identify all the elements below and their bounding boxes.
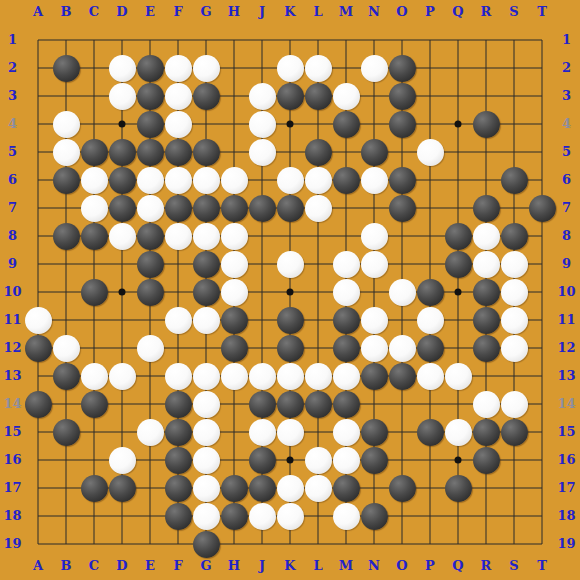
column-label-top-Q: Q — [444, 4, 472, 20]
row-label-right-19: 19 — [554, 536, 579, 552]
column-label-top-O: O — [388, 4, 416, 20]
black-stone-F17[interactable] — [165, 475, 192, 502]
row-label-left-17: 17 — [0, 480, 25, 496]
white-stone-D2[interactable] — [109, 55, 136, 82]
white-stone-Q15[interactable] — [445, 419, 472, 446]
row-label-right-5: 5 — [554, 144, 579, 160]
black-stone-D7[interactable] — [109, 195, 136, 222]
white-stone-P5[interactable] — [417, 139, 444, 166]
black-stone-F14[interactable] — [165, 391, 192, 418]
white-stone-G6[interactable] — [193, 167, 220, 194]
column-label-top-P: P — [416, 4, 444, 20]
row-label-left-12: 12 — [0, 340, 25, 356]
white-stone-M9[interactable] — [333, 251, 360, 278]
row-label-left-7: 7 — [0, 200, 25, 216]
white-stone-E15[interactable] — [137, 419, 164, 446]
white-stone-S12[interactable] — [501, 335, 528, 362]
star-point-D10 — [119, 289, 126, 296]
white-stone-L2[interactable] — [305, 55, 332, 82]
white-stone-K9[interactable] — [277, 251, 304, 278]
white-stone-C6[interactable] — [81, 167, 108, 194]
black-stone-C8[interactable] — [81, 223, 108, 250]
white-stone-L7[interactable] — [305, 195, 332, 222]
black-stone-A14[interactable] — [25, 391, 52, 418]
black-stone-S8[interactable] — [501, 223, 528, 250]
white-stone-N9[interactable] — [361, 251, 388, 278]
column-label-top-E: E — [136, 4, 164, 20]
white-stone-R9[interactable] — [473, 251, 500, 278]
white-stone-G2[interactable] — [193, 55, 220, 82]
black-stone-M6[interactable] — [333, 167, 360, 194]
white-stone-O10[interactable] — [389, 279, 416, 306]
black-stone-E8[interactable] — [137, 223, 164, 250]
column-label-bottom-N: N — [360, 558, 388, 574]
black-stone-E10[interactable] — [137, 279, 164, 306]
black-stone-L5[interactable] — [305, 139, 332, 166]
black-stone-K7[interactable] — [277, 195, 304, 222]
row-label-right-7: 7 — [554, 200, 579, 216]
row-label-left-9: 9 — [0, 256, 25, 272]
column-label-top-L: L — [304, 4, 332, 20]
row-label-left-8: 8 — [0, 228, 25, 244]
row-label-right-6: 6 — [554, 172, 579, 188]
white-stone-P13[interactable] — [417, 363, 444, 390]
white-stone-J18[interactable] — [249, 503, 276, 530]
black-stone-C17[interactable] — [81, 475, 108, 502]
column-label-bottom-G: G — [192, 558, 220, 574]
white-stone-D3[interactable] — [109, 83, 136, 110]
white-stone-L13[interactable] — [305, 363, 332, 390]
black-stone-H17[interactable] — [221, 475, 248, 502]
column-label-bottom-M: M — [332, 558, 360, 574]
white-stone-H8[interactable] — [221, 223, 248, 250]
white-stone-A11[interactable] — [25, 307, 52, 334]
black-stone-O17[interactable] — [389, 475, 416, 502]
white-stone-M13[interactable] — [333, 363, 360, 390]
white-stone-N6[interactable] — [361, 167, 388, 194]
star-point-K4 — [287, 121, 294, 128]
column-label-bottom-B: B — [52, 558, 80, 574]
black-stone-R11[interactable] — [473, 307, 500, 334]
row-label-left-16: 16 — [0, 452, 25, 468]
black-stone-S6[interactable] — [501, 167, 528, 194]
black-stone-O2[interactable] — [389, 55, 416, 82]
black-stone-O7[interactable] — [389, 195, 416, 222]
black-stone-R10[interactable] — [473, 279, 500, 306]
white-stone-J13[interactable] — [249, 363, 276, 390]
black-stone-K12[interactable] — [277, 335, 304, 362]
white-stone-L6[interactable] — [305, 167, 332, 194]
white-stone-C13[interactable] — [81, 363, 108, 390]
black-stone-M17[interactable] — [333, 475, 360, 502]
white-stone-N2[interactable] — [361, 55, 388, 82]
row-label-right-11: 11 — [554, 312, 579, 328]
white-stone-K15[interactable] — [277, 419, 304, 446]
row-label-left-2: 2 — [0, 60, 25, 76]
white-stone-M10[interactable] — [333, 279, 360, 306]
row-label-left-1: 1 — [0, 32, 25, 48]
black-stone-Q9[interactable] — [445, 251, 472, 278]
black-stone-O4[interactable] — [389, 111, 416, 138]
black-stone-C5[interactable] — [81, 139, 108, 166]
row-label-right-4: 4 — [554, 116, 579, 132]
black-stone-B13[interactable] — [53, 363, 80, 390]
black-stone-J17[interactable] — [249, 475, 276, 502]
white-stone-M18[interactable] — [333, 503, 360, 530]
white-stone-G16[interactable] — [193, 447, 220, 474]
column-label-top-F: F — [164, 4, 192, 20]
black-stone-N15[interactable] — [361, 419, 388, 446]
row-label-right-8: 8 — [554, 228, 579, 244]
row-label-right-18: 18 — [554, 508, 579, 524]
white-stone-J3[interactable] — [249, 83, 276, 110]
black-stone-K11[interactable] — [277, 307, 304, 334]
column-label-top-K: K — [276, 4, 304, 20]
white-stone-J4[interactable] — [249, 111, 276, 138]
black-stone-G5[interactable] — [193, 139, 220, 166]
black-stone-L14[interactable] — [305, 391, 332, 418]
white-stone-P11[interactable] — [417, 307, 444, 334]
black-stone-O6[interactable] — [389, 167, 416, 194]
black-stone-J14[interactable] — [249, 391, 276, 418]
white-stone-G11[interactable] — [193, 307, 220, 334]
black-stone-R7[interactable] — [473, 195, 500, 222]
black-stone-G9[interactable] — [193, 251, 220, 278]
black-stone-F7[interactable] — [165, 195, 192, 222]
white-stone-E7[interactable] — [137, 195, 164, 222]
row-label-left-11: 11 — [0, 312, 25, 328]
column-label-bottom-Q: Q — [444, 558, 472, 574]
row-label-right-9: 9 — [554, 256, 579, 272]
black-stone-M14[interactable] — [333, 391, 360, 418]
white-stone-G17[interactable] — [193, 475, 220, 502]
black-stone-S15[interactable] — [501, 419, 528, 446]
black-stone-E5[interactable] — [137, 139, 164, 166]
white-stone-Q13[interactable] — [445, 363, 472, 390]
column-label-bottom-C: C — [80, 558, 108, 574]
row-label-left-19: 19 — [0, 536, 25, 552]
black-stone-F15[interactable] — [165, 419, 192, 446]
black-stone-D5[interactable] — [109, 139, 136, 166]
black-stone-R4[interactable] — [473, 111, 500, 138]
row-label-left-6: 6 — [0, 172, 25, 188]
column-label-top-R: R — [472, 4, 500, 20]
black-stone-N16[interactable] — [361, 447, 388, 474]
white-stone-J15[interactable] — [249, 419, 276, 446]
star-point-Q16 — [455, 457, 462, 464]
white-stone-O12[interactable] — [389, 335, 416, 362]
row-label-right-1: 1 — [554, 32, 579, 48]
row-label-right-14: 14 — [554, 396, 579, 412]
white-stone-N11[interactable] — [361, 307, 388, 334]
white-stone-F6[interactable] — [165, 167, 192, 194]
row-label-right-12: 12 — [554, 340, 579, 356]
column-label-top-T: T — [528, 4, 556, 20]
black-stone-A12[interactable] — [25, 335, 52, 362]
star-point-K10 — [287, 289, 294, 296]
black-stone-B15[interactable] — [53, 419, 80, 446]
white-stone-S11[interactable] — [501, 307, 528, 334]
column-label-bottom-J: J — [248, 558, 276, 574]
white-stone-K18[interactable] — [277, 503, 304, 530]
column-label-top-H: H — [220, 4, 248, 20]
white-stone-N8[interactable] — [361, 223, 388, 250]
black-stone-M12[interactable] — [333, 335, 360, 362]
column-label-bottom-S: S — [500, 558, 528, 574]
star-point-K16 — [287, 457, 294, 464]
black-stone-F16[interactable] — [165, 447, 192, 474]
black-stone-G10[interactable] — [193, 279, 220, 306]
black-stone-H18[interactable] — [221, 503, 248, 530]
white-stone-H9[interactable] — [221, 251, 248, 278]
black-stone-Q17[interactable] — [445, 475, 472, 502]
white-stone-G8[interactable] — [193, 223, 220, 250]
white-stone-M16[interactable] — [333, 447, 360, 474]
white-stone-K13[interactable] — [277, 363, 304, 390]
column-label-top-C: C — [80, 4, 108, 20]
white-stone-E12[interactable] — [137, 335, 164, 362]
row-label-left-18: 18 — [0, 508, 25, 524]
white-stone-E6[interactable] — [137, 167, 164, 194]
black-stone-E4[interactable] — [137, 111, 164, 138]
row-label-right-2: 2 — [554, 60, 579, 76]
black-stone-G7[interactable] — [193, 195, 220, 222]
row-label-right-16: 16 — [554, 452, 579, 468]
column-label-bottom-O: O — [388, 558, 416, 574]
column-label-bottom-F: F — [164, 558, 192, 574]
black-stone-M11[interactable] — [333, 307, 360, 334]
black-stone-K14[interactable] — [277, 391, 304, 418]
white-stone-D8[interactable] — [109, 223, 136, 250]
black-stone-D17[interactable] — [109, 475, 136, 502]
white-stone-N12[interactable] — [361, 335, 388, 362]
white-stone-K6[interactable] — [277, 167, 304, 194]
black-stone-G19[interactable] — [193, 531, 220, 558]
black-stone-P10[interactable] — [417, 279, 444, 306]
column-label-top-B: B — [52, 4, 80, 20]
column-label-top-J: J — [248, 4, 276, 20]
white-stone-F13[interactable] — [165, 363, 192, 390]
black-stone-C14[interactable] — [81, 391, 108, 418]
column-label-bottom-K: K — [276, 558, 304, 574]
black-stone-O13[interactable] — [389, 363, 416, 390]
white-stone-M3[interactable] — [333, 83, 360, 110]
black-stone-J16[interactable] — [249, 447, 276, 474]
row-label-right-17: 17 — [554, 480, 579, 496]
row-label-right-10: 10 — [554, 284, 579, 300]
column-label-top-M: M — [332, 4, 360, 20]
column-label-top-A: A — [24, 4, 52, 20]
white-stone-B4[interactable] — [53, 111, 80, 138]
white-stone-F8[interactable] — [165, 223, 192, 250]
black-stone-B2[interactable] — [53, 55, 80, 82]
row-label-left-3: 3 — [0, 88, 25, 104]
black-stone-E9[interactable] — [137, 251, 164, 278]
white-stone-K17[interactable] — [277, 475, 304, 502]
black-stone-R16[interactable] — [473, 447, 500, 474]
row-label-right-13: 13 — [554, 368, 579, 384]
white-stone-H13[interactable] — [221, 363, 248, 390]
white-stone-B12[interactable] — [53, 335, 80, 362]
white-stone-G13[interactable] — [193, 363, 220, 390]
column-label-bottom-D: D — [108, 558, 136, 574]
white-stone-G15[interactable] — [193, 419, 220, 446]
white-stone-H6[interactable] — [221, 167, 248, 194]
column-label-bottom-P: P — [416, 558, 444, 574]
white-stone-S9[interactable] — [501, 251, 528, 278]
white-stone-F3[interactable] — [165, 83, 192, 110]
black-stone-F18[interactable] — [165, 503, 192, 530]
black-stone-Q8[interactable] — [445, 223, 472, 250]
column-label-top-N: N — [360, 4, 388, 20]
white-stone-B5[interactable] — [53, 139, 80, 166]
black-stone-E2[interactable] — [137, 55, 164, 82]
column-label-bottom-R: R — [472, 558, 500, 574]
row-label-right-15: 15 — [554, 424, 579, 440]
black-stone-B8[interactable] — [53, 223, 80, 250]
white-stone-J5[interactable] — [249, 139, 276, 166]
black-stone-O3[interactable] — [389, 83, 416, 110]
black-stone-B6[interactable] — [53, 167, 80, 194]
row-label-right-3: 3 — [554, 88, 579, 104]
row-label-left-14: 14 — [0, 396, 25, 412]
black-stone-J7[interactable] — [249, 195, 276, 222]
white-stone-G18[interactable] — [193, 503, 220, 530]
column-label-top-S: S — [500, 4, 528, 20]
black-stone-N13[interactable] — [361, 363, 388, 390]
white-stone-R8[interactable] — [473, 223, 500, 250]
black-stone-R15[interactable] — [473, 419, 500, 446]
black-stone-H11[interactable] — [221, 307, 248, 334]
column-label-bottom-L: L — [304, 558, 332, 574]
go-board[interactable]: ABCDEFGHJKLMNOPQRST ABCDEFGHJKLMNOPQRST … — [0, 0, 580, 580]
black-stone-N18[interactable] — [361, 503, 388, 530]
row-label-left-10: 10 — [0, 284, 25, 300]
white-stone-M15[interactable] — [333, 419, 360, 446]
row-label-left-4: 4 — [0, 116, 25, 132]
white-stone-S14[interactable] — [501, 391, 528, 418]
column-label-top-D: D — [108, 4, 136, 20]
black-stone-L3[interactable] — [305, 83, 332, 110]
black-stone-F5[interactable] — [165, 139, 192, 166]
black-stone-R12[interactable] — [473, 335, 500, 362]
white-stone-R14[interactable] — [473, 391, 500, 418]
black-stone-C10[interactable] — [81, 279, 108, 306]
column-label-bottom-T: T — [528, 558, 556, 574]
column-label-bottom-E: E — [136, 558, 164, 574]
black-stone-M4[interactable] — [333, 111, 360, 138]
white-stone-K2[interactable] — [277, 55, 304, 82]
star-point-Q10 — [455, 289, 462, 296]
column-label-bottom-A: A — [24, 558, 52, 574]
white-stone-L17[interactable] — [305, 475, 332, 502]
white-stone-H10[interactable] — [221, 279, 248, 306]
white-stone-C7[interactable] — [81, 195, 108, 222]
white-stone-L16[interactable] — [305, 447, 332, 474]
black-stone-N5[interactable] — [361, 139, 388, 166]
black-stone-H12[interactable] — [221, 335, 248, 362]
white-stone-S10[interactable] — [501, 279, 528, 306]
row-label-left-13: 13 — [0, 368, 25, 384]
black-stone-T7[interactable] — [529, 195, 556, 222]
black-stone-P15[interactable] — [417, 419, 444, 446]
black-stone-D6[interactable] — [109, 167, 136, 194]
white-stone-D16[interactable] — [109, 447, 136, 474]
row-label-left-5: 5 — [0, 144, 25, 160]
column-label-top-G: G — [192, 4, 220, 20]
row-label-left-15: 15 — [0, 424, 25, 440]
star-point-D4 — [119, 121, 126, 128]
white-stone-G14[interactable] — [193, 391, 220, 418]
black-stone-P12[interactable] — [417, 335, 444, 362]
column-label-bottom-H: H — [220, 558, 248, 574]
white-stone-D13[interactable] — [109, 363, 136, 390]
black-stone-K3[interactable] — [277, 83, 304, 110]
black-stone-H7[interactable] — [221, 195, 248, 222]
white-stone-F11[interactable] — [165, 307, 192, 334]
black-stone-G3[interactable] — [193, 83, 220, 110]
white-stone-F4[interactable] — [165, 111, 192, 138]
white-stone-F2[interactable] — [165, 55, 192, 82]
star-point-Q4 — [455, 121, 462, 128]
black-stone-E3[interactable] — [137, 83, 164, 110]
